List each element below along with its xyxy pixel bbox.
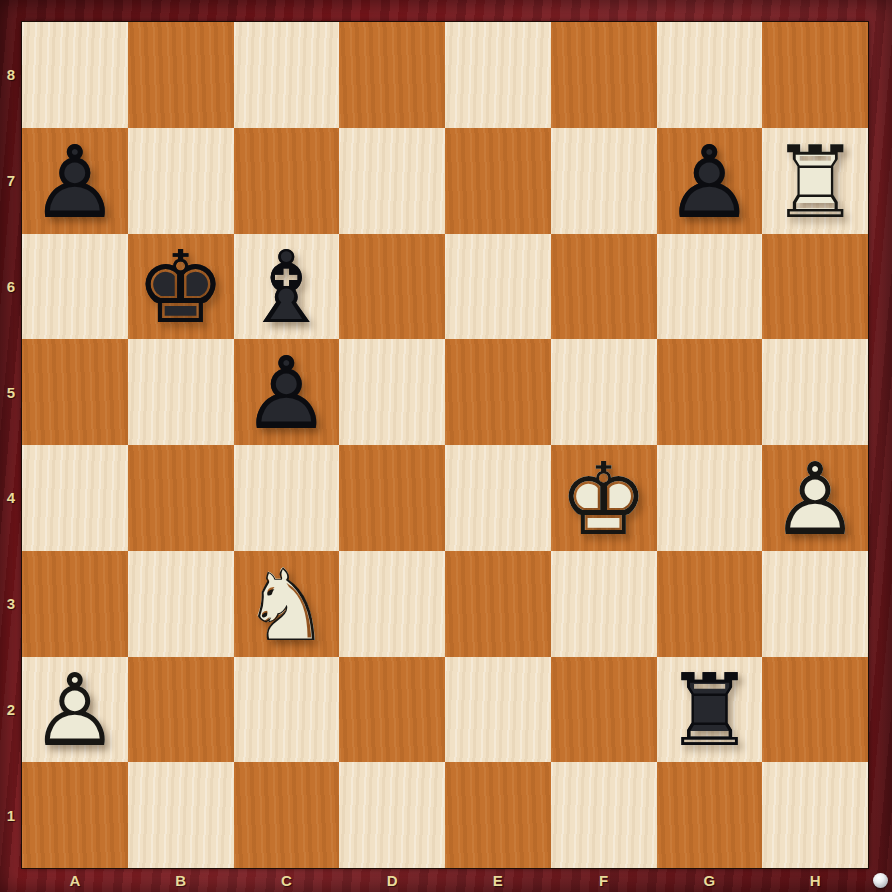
square-c3[interactable]: ♞♘: [234, 551, 340, 657]
rank-label-5: 5: [0, 339, 22, 445]
file-label-g: G: [657, 868, 763, 892]
square-e6[interactable]: [445, 234, 551, 340]
white-pawn-outline: ♙: [22, 659, 128, 765]
file-label-e: E: [445, 868, 551, 892]
rank-label-4: 4: [0, 445, 22, 551]
white-knight-piece[interactable]: ♞♘: [234, 551, 340, 657]
file-label-h: H: [762, 868, 868, 892]
black-rook-outline: ♖: [657, 659, 763, 765]
square-f3[interactable]: [551, 551, 657, 657]
square-g3[interactable]: [657, 551, 763, 657]
square-b2[interactable]: [128, 657, 234, 763]
square-e4[interactable]: [445, 445, 551, 551]
square-c8[interactable]: [234, 22, 340, 128]
square-e7[interactable]: [445, 128, 551, 234]
square-a2[interactable]: ♟♙: [22, 657, 128, 763]
square-a7[interactable]: ♟♙: [22, 128, 128, 234]
file-label-d: D: [339, 868, 445, 892]
square-b7[interactable]: [128, 128, 234, 234]
square-f4[interactable]: ♚♔: [551, 445, 657, 551]
square-d5[interactable]: [339, 339, 445, 445]
square-g5[interactable]: [657, 339, 763, 445]
rank-labels: 87654321: [0, 22, 22, 868]
square-e3[interactable]: [445, 551, 551, 657]
square-h6[interactable]: [762, 234, 868, 340]
white-king-piece[interactable]: ♚♔: [551, 445, 657, 551]
black-pawn-outline: ♙: [234, 341, 340, 447]
square-b8[interactable]: [128, 22, 234, 128]
square-c4[interactable]: [234, 445, 340, 551]
file-label-a: A: [22, 868, 128, 892]
black-pawn-outline: ♙: [22, 130, 128, 236]
square-a4[interactable]: [22, 445, 128, 551]
square-d3[interactable]: [339, 551, 445, 657]
rank-label-8: 8: [0, 22, 22, 128]
white-pawn-piece[interactable]: ♟♙: [22, 657, 128, 763]
square-f6[interactable]: [551, 234, 657, 340]
square-f7[interactable]: [551, 128, 657, 234]
square-a5[interactable]: [22, 339, 128, 445]
square-g8[interactable]: [657, 22, 763, 128]
black-pawn-piece[interactable]: ♟♙: [22, 128, 128, 234]
square-h5[interactable]: [762, 339, 868, 445]
square-e5[interactable]: [445, 339, 551, 445]
square-b5[interactable]: [128, 339, 234, 445]
white-pawn-outline: ♙: [762, 447, 868, 553]
square-b6[interactable]: ♚♔: [128, 234, 234, 340]
square-g1[interactable]: [657, 762, 763, 868]
square-e1[interactable]: [445, 762, 551, 868]
white-king-outline: ♔: [551, 447, 657, 553]
square-g4[interactable]: [657, 445, 763, 551]
board: ♟♙♟♙♜♖♚♔♝♗♟♙♚♔♟♙♞♘♟♙♜♖: [22, 22, 868, 868]
square-a1[interactable]: [22, 762, 128, 868]
square-f1[interactable]: [551, 762, 657, 868]
rank-label-3: 3: [0, 551, 22, 657]
square-c2[interactable]: [234, 657, 340, 763]
square-f2[interactable]: [551, 657, 657, 763]
rank-label-7: 7: [0, 128, 22, 234]
square-d1[interactable]: [339, 762, 445, 868]
square-b1[interactable]: [128, 762, 234, 868]
black-pawn-piece[interactable]: ♟♙: [657, 128, 763, 234]
side-to-move-indicator: [873, 873, 888, 888]
square-h2[interactable]: [762, 657, 868, 763]
file-labels: ABCDEFGH: [22, 868, 868, 892]
black-pawn-piece[interactable]: ♟♙: [234, 339, 340, 445]
square-e8[interactable]: [445, 22, 551, 128]
square-h7[interactable]: ♜♖: [762, 128, 868, 234]
file-label-b: B: [128, 868, 234, 892]
square-h1[interactable]: [762, 762, 868, 868]
square-d4[interactable]: [339, 445, 445, 551]
square-d8[interactable]: [339, 22, 445, 128]
file-label-c: C: [234, 868, 340, 892]
square-f8[interactable]: [551, 22, 657, 128]
square-e2[interactable]: [445, 657, 551, 763]
square-d7[interactable]: [339, 128, 445, 234]
square-c6[interactable]: ♝♗: [234, 234, 340, 340]
square-d6[interactable]: [339, 234, 445, 340]
square-c5[interactable]: ♟♙: [234, 339, 340, 445]
white-knight-outline: ♘: [234, 553, 340, 659]
square-f5[interactable]: [551, 339, 657, 445]
square-c1[interactable]: [234, 762, 340, 868]
black-bishop-piece[interactable]: ♝♗: [234, 234, 340, 340]
square-d2[interactable]: [339, 657, 445, 763]
white-rook-piece[interactable]: ♜♖: [762, 128, 868, 234]
rank-label-1: 1: [0, 762, 22, 868]
black-king-piece[interactable]: ♚♔: [128, 234, 234, 340]
square-b4[interactable]: [128, 445, 234, 551]
square-a8[interactable]: [22, 22, 128, 128]
square-b3[interactable]: [128, 551, 234, 657]
black-king-outline: ♔: [128, 236, 234, 342]
chess-board-window: ♟♙♟♙♜♖♚♔♝♗♟♙♚♔♟♙♞♘♟♙♜♖ 87654321 ABCDEFGH: [0, 0, 892, 892]
square-c7[interactable]: [234, 128, 340, 234]
rank-label-2: 2: [0, 657, 22, 763]
square-a3[interactable]: [22, 551, 128, 657]
black-rook-piece[interactable]: ♜♖: [657, 657, 763, 763]
square-g2[interactable]: ♜♖: [657, 657, 763, 763]
square-g6[interactable]: [657, 234, 763, 340]
square-a6[interactable]: [22, 234, 128, 340]
rank-label-6: 6: [0, 234, 22, 340]
black-pawn-outline: ♙: [657, 130, 763, 236]
square-h3[interactable]: [762, 551, 868, 657]
file-label-f: F: [551, 868, 657, 892]
square-g7[interactable]: ♟♙: [657, 128, 763, 234]
white-rook-outline: ♖: [762, 130, 868, 236]
black-bishop-outline: ♗: [234, 236, 340, 342]
white-pawn-piece[interactable]: ♟♙: [762, 445, 868, 551]
square-h4[interactable]: ♟♙: [762, 445, 868, 551]
square-h8[interactable]: [762, 22, 868, 128]
